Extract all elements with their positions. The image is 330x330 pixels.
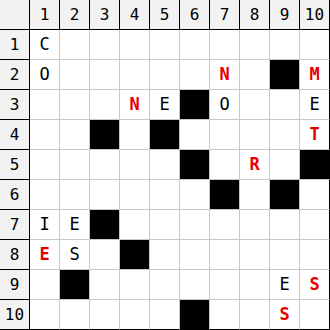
grid-cell-r9c9[interactable]: E xyxy=(270,270,300,300)
grid-cell-r5c4[interactable] xyxy=(120,150,150,180)
grid-cell-r5c7[interactable] xyxy=(210,150,240,180)
column-header-6: 6 xyxy=(180,0,210,30)
grid-cell-r3c3[interactable] xyxy=(90,90,120,120)
grid-cell-r7c10[interactable] xyxy=(300,210,330,240)
grid-cell-r8c2[interactable]: S xyxy=(60,240,90,270)
column-header-8: 8 xyxy=(240,0,270,30)
grid-cell-r6c2[interactable] xyxy=(60,180,90,210)
grid-cell-r7c2[interactable]: E xyxy=(60,210,90,240)
column-header-4: 4 xyxy=(120,0,150,30)
row-header-7: 7 xyxy=(0,210,30,240)
grid-cell-r4c2[interactable] xyxy=(60,120,90,150)
grid-cell-r7c4[interactable] xyxy=(120,210,150,240)
grid-cell-r4c1[interactable] xyxy=(30,120,60,150)
row-header-10: 10 xyxy=(0,300,30,330)
grid-cell-r8c5[interactable] xyxy=(150,240,180,270)
column-header-5: 5 xyxy=(150,0,180,30)
grid-cell-r10c7[interactable] xyxy=(210,300,240,330)
grid-cell-r3c2[interactable] xyxy=(60,90,90,120)
grid-cell-r5c5[interactable] xyxy=(150,150,180,180)
grid-cell-r4c10[interactable]: T xyxy=(300,120,330,150)
corner-cell xyxy=(0,0,30,30)
grid-cell-r8c3[interactable] xyxy=(90,240,120,270)
column-header-1: 1 xyxy=(30,0,60,30)
grid-cell-r3c4[interactable]: N xyxy=(120,90,150,120)
grid-cell-r7c8[interactable] xyxy=(240,210,270,240)
grid-cell-r2c8[interactable] xyxy=(240,60,270,90)
grid-cell-r2c6[interactable] xyxy=(180,60,210,90)
block-cell-r2c9 xyxy=(270,60,300,90)
block-cell-r5c10 xyxy=(300,150,330,180)
grid-cell-r4c7[interactable] xyxy=(210,120,240,150)
block-cell-r4c5 xyxy=(150,120,180,150)
grid-cell-r6c4[interactable] xyxy=(120,180,150,210)
grid-cell-r2c3[interactable] xyxy=(90,60,120,90)
block-cell-r3c6 xyxy=(180,90,210,120)
grid-cell-r9c4[interactable] xyxy=(120,270,150,300)
grid-cell-r10c3[interactable] xyxy=(90,300,120,330)
grid-cell-r2c1[interactable]: O xyxy=(30,60,60,90)
grid-cell-r8c6[interactable] xyxy=(180,240,210,270)
grid-cell-r3c8[interactable] xyxy=(240,90,270,120)
block-cell-r4c3 xyxy=(90,120,120,150)
grid-cell-r8c8[interactable] xyxy=(240,240,270,270)
grid-cell-r1c4[interactable] xyxy=(120,30,150,60)
grid-cell-r6c1[interactable] xyxy=(30,180,60,210)
grid-cell-r9c7[interactable] xyxy=(210,270,240,300)
grid-cell-r6c8[interactable] xyxy=(240,180,270,210)
row-header-2: 2 xyxy=(0,60,30,90)
column-header-9: 9 xyxy=(270,0,300,30)
grid-cell-r7c6[interactable] xyxy=(180,210,210,240)
block-cell-r10c6 xyxy=(180,300,210,330)
grid-cell-r8c1[interactable]: E xyxy=(30,240,60,270)
grid-cell-r9c6[interactable] xyxy=(180,270,210,300)
block-cell-r5c6 xyxy=(180,150,210,180)
grid-cell-r4c8[interactable] xyxy=(240,120,270,150)
grid-cell-r10c1[interactable] xyxy=(30,300,60,330)
grid-cell-r1c9[interactable] xyxy=(270,30,300,60)
grid-cell-r7c5[interactable] xyxy=(150,210,180,240)
grid-cell-r4c9[interactable] xyxy=(270,120,300,150)
grid-cell-r2c4[interactable] xyxy=(120,60,150,90)
grid-cell-r7c9[interactable] xyxy=(270,210,300,240)
grid-cell-r3c9[interactable] xyxy=(270,90,300,120)
grid-cell-r2c7[interactable]: N xyxy=(210,60,240,90)
grid-cell-r4c4[interactable] xyxy=(120,120,150,150)
grid-cell-r1c6[interactable] xyxy=(180,30,210,60)
grid-cell-r6c3[interactable] xyxy=(90,180,120,210)
grid-cell-r1c2[interactable] xyxy=(60,30,90,60)
grid-cell-r10c2[interactable] xyxy=(60,300,90,330)
grid-cell-r10c5[interactable] xyxy=(150,300,180,330)
grid-cell-r1c5[interactable] xyxy=(150,30,180,60)
grid-cell-r9c3[interactable] xyxy=(90,270,120,300)
row-header-8: 8 xyxy=(0,240,30,270)
column-header-3: 3 xyxy=(90,0,120,30)
grid-cell-r3c5[interactable]: E xyxy=(150,90,180,120)
grid-cell-r3c7[interactable]: O xyxy=(210,90,240,120)
grid-cell-r7c7[interactable] xyxy=(210,210,240,240)
grid-cell-r6c6[interactable] xyxy=(180,180,210,210)
row-header-5: 5 xyxy=(0,150,30,180)
grid-cell-r10c9[interactable]: S xyxy=(270,300,300,330)
crossword-board: 123456789101C2ONM3NEOE4T5R67IE8ES9ES10S xyxy=(0,0,330,330)
grid-cell-r3c1[interactable] xyxy=(30,90,60,120)
block-cell-r9c2 xyxy=(60,270,90,300)
grid-cell-r1c3[interactable] xyxy=(90,30,120,60)
grid-cell-r9c1[interactable] xyxy=(30,270,60,300)
grid-cell-r5c2[interactable] xyxy=(60,150,90,180)
block-cell-r6c7 xyxy=(210,180,240,210)
block-cell-r6c9 xyxy=(270,180,300,210)
grid-cell-r7c1[interactable]: I xyxy=(30,210,60,240)
grid-cell-r10c8[interactable] xyxy=(240,300,270,330)
row-header-6: 6 xyxy=(0,180,30,210)
grid-cell-r5c1[interactable] xyxy=(30,150,60,180)
grid-cell-r3c10[interactable]: E xyxy=(300,90,330,120)
grid-cell-r8c9[interactable] xyxy=(270,240,300,270)
grid-cell-r1c7[interactable] xyxy=(210,30,240,60)
block-cell-r7c3 xyxy=(90,210,120,240)
grid-cell-r2c2[interactable] xyxy=(60,60,90,90)
grid-cell-r5c8[interactable]: R xyxy=(240,150,270,180)
grid-cell-r9c10[interactable]: S xyxy=(300,270,330,300)
column-header-2: 2 xyxy=(60,0,90,30)
grid-cell-r1c10[interactable] xyxy=(300,30,330,60)
grid-cell-r5c9[interactable] xyxy=(270,150,300,180)
grid-cell-r2c10[interactable]: M xyxy=(300,60,330,90)
row-header-3: 3 xyxy=(0,90,30,120)
grid-cell-r8c10[interactable] xyxy=(300,240,330,270)
row-header-1: 1 xyxy=(0,30,30,60)
grid-cell-r6c10[interactable] xyxy=(300,180,330,210)
grid-cell-r2c5[interactable] xyxy=(150,60,180,90)
row-header-9: 9 xyxy=(0,270,30,300)
column-header-7: 7 xyxy=(210,0,240,30)
block-cell-r8c4 xyxy=(120,240,150,270)
grid-cell-r10c10[interactable] xyxy=(300,300,330,330)
grid-cell-r9c8[interactable] xyxy=(240,270,270,300)
grid-cell-r4c6[interactable] xyxy=(180,120,210,150)
grid-cell-r1c8[interactable] xyxy=(240,30,270,60)
grid-cell-r10c4[interactable] xyxy=(120,300,150,330)
row-header-4: 4 xyxy=(0,120,30,150)
grid-cell-r9c5[interactable] xyxy=(150,270,180,300)
grid-cell-r5c3[interactable] xyxy=(90,150,120,180)
grid-cell-r6c5[interactable] xyxy=(150,180,180,210)
grid-cell-r1c1[interactable]: C xyxy=(30,30,60,60)
column-header-10: 10 xyxy=(300,0,330,30)
grid-cell-r8c7[interactable] xyxy=(210,240,240,270)
